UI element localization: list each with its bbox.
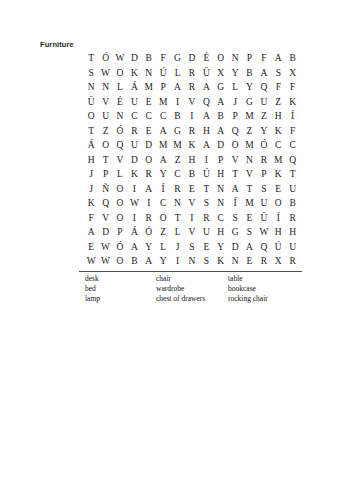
- grid-cell: W: [257, 225, 271, 240]
- grid-cell: N: [113, 109, 127, 124]
- grid-cell: Á: [127, 225, 141, 240]
- grid-cell: D: [127, 51, 141, 66]
- grid-cell: Ñ: [98, 182, 112, 197]
- grid-cell: Ü: [199, 66, 213, 81]
- grid-cell: Q: [257, 80, 271, 95]
- grid-cell: R: [257, 254, 271, 269]
- grid-cell: N: [185, 254, 199, 269]
- grid-cell: A: [199, 138, 213, 153]
- grid-cell: R: [142, 167, 156, 182]
- grid-cell: I: [170, 254, 184, 269]
- grid-cell: Z: [242, 124, 256, 139]
- grid-cell: A: [199, 109, 213, 124]
- grid-cell: N: [170, 196, 184, 211]
- grid-cell: O: [98, 138, 112, 153]
- grid-cell: F: [156, 51, 170, 66]
- grid-cell: R: [199, 211, 213, 226]
- grid-cell: O: [113, 254, 127, 269]
- grid-cell: D: [142, 138, 156, 153]
- grid-cell: U: [98, 109, 112, 124]
- grid-cell: O: [142, 153, 156, 168]
- grid-cell: P: [214, 153, 228, 168]
- grid-cell: V: [98, 211, 112, 226]
- grid-cell: L: [228, 80, 242, 95]
- grid-cell: A: [170, 80, 184, 95]
- grid-cell: X: [285, 66, 299, 81]
- grid-cell: B: [285, 51, 299, 66]
- grid-cell: M: [142, 80, 156, 95]
- grid-cell: T: [228, 167, 242, 182]
- grid-cell: A: [257, 66, 271, 81]
- grid-cell: Á: [84, 138, 98, 153]
- grid-cell: V: [98, 95, 112, 110]
- grid-cell: W: [84, 254, 98, 269]
- grid-cell: M: [271, 153, 285, 168]
- grid-cell: Ó: [113, 124, 127, 139]
- grid-cell: Y: [228, 66, 242, 81]
- grid-cell: O: [271, 196, 285, 211]
- grid-cell: E: [199, 240, 213, 255]
- word-list-column: chairwardrobechest of drawers: [156, 274, 228, 304]
- grid-cell: F: [271, 80, 285, 95]
- grid-cell: J: [84, 167, 98, 182]
- grid-cell: D: [228, 240, 242, 255]
- grid-cell: V: [185, 95, 199, 110]
- grid-cell: M: [242, 138, 256, 153]
- grid-cell: B: [185, 167, 199, 182]
- grid-cell: C: [127, 109, 141, 124]
- grid-cell: G: [170, 124, 184, 139]
- grid-cell: I: [170, 95, 184, 110]
- grid-cell: R: [185, 66, 199, 81]
- grid-cell: C: [271, 138, 285, 153]
- grid-cell: K: [127, 167, 141, 182]
- grid-cell: R: [127, 124, 141, 139]
- grid-cell: I: [185, 109, 199, 124]
- grid-cell: H: [84, 153, 98, 168]
- grid-cell: I: [185, 211, 199, 226]
- grid-cell: H: [214, 225, 228, 240]
- grid-cell: I: [127, 182, 141, 197]
- grid-cell: W: [127, 196, 141, 211]
- grid-cell: Z: [257, 109, 271, 124]
- grid-cell: P: [257, 167, 271, 182]
- grid-cell: U: [285, 240, 299, 255]
- grid-cell: Í: [228, 196, 242, 211]
- grid-cell: F: [257, 51, 271, 66]
- grid-cell: F: [285, 124, 299, 139]
- word-list-column: tablebookcaserocking chair: [228, 274, 268, 304]
- grid-cell: E: [84, 240, 98, 255]
- grid-cell: G: [242, 95, 256, 110]
- puzzle-title: Furniture: [40, 40, 74, 49]
- grid-cell: R: [285, 211, 299, 226]
- grid-cell: O: [84, 109, 98, 124]
- grid-cell: K: [84, 196, 98, 211]
- word-list-item: chest of drawers: [156, 294, 228, 304]
- grid-cell: T: [242, 182, 256, 197]
- word-list-item: wardrobe: [156, 284, 228, 294]
- grid-cell: W: [98, 240, 112, 255]
- grid-cell: N: [214, 196, 228, 211]
- grid-cell: A: [156, 153, 170, 168]
- grid-cell: A: [242, 240, 256, 255]
- grid-cell: Ó: [98, 51, 112, 66]
- grid-cell: J: [228, 95, 242, 110]
- grid-cell: Ó: [257, 138, 271, 153]
- word-list-item: rocking chair: [228, 294, 268, 304]
- word-list: deskbedlampchairwardrobechest of drawers…: [85, 274, 268, 304]
- grid-cell: R: [185, 124, 199, 139]
- grid-cell: J: [170, 240, 184, 255]
- grid-cell: X: [214, 66, 228, 81]
- grid-cell: I: [199, 153, 213, 168]
- grid-cell: H: [199, 124, 213, 139]
- grid-cell: S: [271, 66, 285, 81]
- grid-cell: Ú: [199, 167, 213, 182]
- grid-cell: U: [257, 196, 271, 211]
- grid-cell: K: [214, 254, 228, 269]
- grid-cell: Z: [98, 124, 112, 139]
- grid-cell: B: [127, 254, 141, 269]
- grid-cell: Q: [285, 153, 299, 168]
- grid-cell: T: [84, 124, 98, 139]
- grid-cell: O: [113, 182, 127, 197]
- word-search-grid: TÓWDBFGDÉONPFABSWOKNÚLRÜXYBASXNNLÁMPARAG…: [84, 51, 300, 269]
- grid-cell: A: [271, 51, 285, 66]
- grid-cell: P: [156, 80, 170, 95]
- grid-cell: G: [214, 80, 228, 95]
- grid-cell: G: [170, 51, 184, 66]
- grid-cell: A: [127, 240, 141, 255]
- grid-cell: H: [185, 153, 199, 168]
- grid-cell: T: [84, 51, 98, 66]
- grid-cell: U: [257, 95, 271, 110]
- grid-cell: H: [214, 167, 228, 182]
- grid-cell: R: [257, 153, 271, 168]
- divider-line: [79, 271, 302, 272]
- grid-cell: E: [242, 211, 256, 226]
- grid-cell: G: [228, 225, 242, 240]
- grid-cell: Z: [170, 153, 184, 168]
- grid-cell: U: [127, 95, 141, 110]
- grid-cell: R: [170, 182, 184, 197]
- grid-cell: Q: [257, 240, 271, 255]
- grid-cell: S: [185, 240, 199, 255]
- grid-cell: T: [285, 167, 299, 182]
- grid-cell: V: [185, 225, 199, 240]
- grid-cell: S: [228, 211, 242, 226]
- word-list-item: table: [228, 274, 268, 284]
- grid-cell: N: [228, 51, 242, 66]
- grid-cell: A: [214, 124, 228, 139]
- grid-cell: N: [228, 254, 242, 269]
- grid-cell: A: [214, 95, 228, 110]
- grid-cell: O: [113, 196, 127, 211]
- grid-cell: Ü: [84, 95, 98, 110]
- worksheet-page: Furniture TÓWDBFGDÉONPFABSWOKNÚLRÜXYBASX…: [0, 0, 354, 500]
- grid-cell: B: [242, 66, 256, 81]
- grid-cell: P: [228, 109, 242, 124]
- grid-cell: C: [170, 167, 184, 182]
- grid-cell: B: [142, 51, 156, 66]
- grid-cell: U: [285, 182, 299, 197]
- word-list-item: lamp: [85, 294, 156, 304]
- grid-cell: R: [185, 80, 199, 95]
- word-list-item: bookcase: [228, 284, 268, 294]
- grid-cell: Ü: [257, 211, 271, 226]
- grid-cell: C: [156, 196, 170, 211]
- grid-cell: A: [84, 225, 98, 240]
- grid-cell: H: [285, 225, 299, 240]
- grid-cell: A: [199, 80, 213, 95]
- grid-cell: Y: [257, 124, 271, 139]
- grid-cell: R: [142, 211, 156, 226]
- grid-cell: A: [156, 124, 170, 139]
- grid-cell: N: [242, 153, 256, 168]
- grid-cell: C: [156, 109, 170, 124]
- grid-cell: E: [142, 124, 156, 139]
- grid-cell: A: [142, 254, 156, 269]
- grid-cell: L: [113, 167, 127, 182]
- grid-cell: E: [271, 182, 285, 197]
- grid-cell: Ú: [156, 66, 170, 81]
- grid-cell: Y: [156, 254, 170, 269]
- grid-cell: E: [185, 182, 199, 197]
- grid-cell: K: [127, 66, 141, 81]
- grid-cell: T: [170, 211, 184, 226]
- grid-cell: Ó: [142, 225, 156, 240]
- grid-cell: E: [142, 95, 156, 110]
- grid-cell: D: [98, 225, 112, 240]
- grid-cell: U: [127, 138, 141, 153]
- grid-cell: O: [214, 51, 228, 66]
- grid-cell: L: [170, 225, 184, 240]
- grid-cell: Z: [156, 225, 170, 240]
- grid-cell: F: [285, 80, 299, 95]
- grid-cell: W: [98, 254, 112, 269]
- grid-cell: N: [98, 80, 112, 95]
- grid-cell: H: [271, 109, 285, 124]
- grid-cell: Z: [271, 95, 285, 110]
- grid-cell: V: [113, 153, 127, 168]
- grid-cell: Í: [271, 211, 285, 226]
- grid-cell: E: [242, 254, 256, 269]
- grid-cell: Í: [156, 182, 170, 197]
- grid-cell: V: [242, 167, 256, 182]
- grid-cell: Q: [228, 124, 242, 139]
- grid-cell: C: [142, 109, 156, 124]
- word-list-item: chair: [156, 274, 228, 284]
- grid-cell: K: [271, 124, 285, 139]
- grid-cell: D: [185, 51, 199, 66]
- grid-cell: O: [228, 138, 242, 153]
- grid-cell: V: [228, 153, 242, 168]
- grid-cell: L: [156, 240, 170, 255]
- grid-cell: I: [142, 196, 156, 211]
- grid-cell: S: [84, 66, 98, 81]
- grid-cell: É: [113, 95, 127, 110]
- word-list-item: bed: [85, 284, 156, 294]
- grid-cell: O: [156, 211, 170, 226]
- grid-cell: R: [285, 254, 299, 269]
- grid-cell: Ó: [113, 240, 127, 255]
- grid-cell: S: [257, 182, 271, 197]
- grid-cell: V: [185, 196, 199, 211]
- grid-cell: É: [199, 51, 213, 66]
- grid-cell: M: [170, 138, 184, 153]
- grid-cell: W: [98, 66, 112, 81]
- grid-cell: T: [98, 153, 112, 168]
- grid-cell: Q: [98, 196, 112, 211]
- grid-cell: N: [84, 80, 98, 95]
- grid-cell: W: [113, 51, 127, 66]
- grid-cell: S: [199, 254, 213, 269]
- grid-cell: D: [127, 153, 141, 168]
- grid-cell: M: [156, 95, 170, 110]
- grid-cell: Q: [113, 138, 127, 153]
- word-list-item: desk: [85, 274, 156, 284]
- grid-cell: O: [113, 211, 127, 226]
- grid-cell: M: [156, 138, 170, 153]
- grid-cell: A: [142, 182, 156, 197]
- grid-cell: Y: [242, 80, 256, 95]
- grid-cell: O: [113, 66, 127, 81]
- grid-cell: Á: [127, 80, 141, 95]
- grid-cell: L: [113, 80, 127, 95]
- grid-cell: X: [271, 254, 285, 269]
- grid-cell: Y: [214, 240, 228, 255]
- grid-cell: Y: [156, 167, 170, 182]
- grid-cell: S: [242, 225, 256, 240]
- grid-cell: I: [127, 211, 141, 226]
- grid-cell: C: [285, 138, 299, 153]
- grid-cell: H: [271, 225, 285, 240]
- grid-cell: M: [242, 109, 256, 124]
- grid-cell: A: [228, 182, 242, 197]
- grid-cell: J: [84, 182, 98, 197]
- grid-cell: Í: [285, 109, 299, 124]
- grid-cell: K: [285, 95, 299, 110]
- grid-cell: S: [199, 196, 213, 211]
- grid-cell: K: [271, 167, 285, 182]
- word-list-column: deskbedlamp: [85, 274, 156, 304]
- grid-cell: P: [98, 167, 112, 182]
- grid-cell: B: [170, 109, 184, 124]
- grid-cell: Ú: [271, 240, 285, 255]
- grid-cell: B: [285, 196, 299, 211]
- grid-cell: D: [214, 138, 228, 153]
- grid-cell: N: [142, 66, 156, 81]
- grid-cell: M: [242, 196, 256, 211]
- grid-cell: N: [214, 182, 228, 197]
- grid-cell: B: [214, 109, 228, 124]
- grid-cell: K: [185, 138, 199, 153]
- grid-cell: U: [199, 225, 213, 240]
- grid-cell: Y: [142, 240, 156, 255]
- grid-cell: F: [84, 211, 98, 226]
- grid-cell: P: [113, 225, 127, 240]
- grid-cell: Q: [199, 95, 213, 110]
- grid-cell: T: [199, 182, 213, 197]
- grid-cell: P: [242, 51, 256, 66]
- grid-cell: C: [214, 211, 228, 226]
- grid-cell: L: [170, 66, 184, 81]
